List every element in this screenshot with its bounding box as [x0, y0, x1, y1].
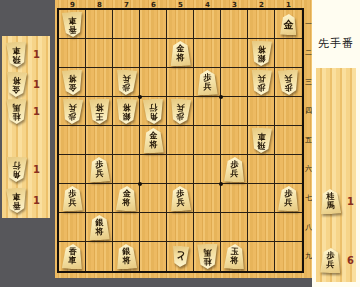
piece-銀将-gote[interactable]: 銀将 — [251, 41, 272, 66]
hoshi-dot — [219, 95, 223, 99]
piece-glyph: 金 — [283, 19, 293, 30]
square-65[interactable]: 金将 — [140, 126, 167, 155]
piece-桂馬-gote[interactable]: 桂馬 — [197, 244, 218, 269]
square-75[interactable] — [113, 126, 140, 155]
square-42[interactable] — [194, 39, 221, 68]
square-96[interactable] — [59, 155, 86, 184]
square-94[interactable]: 歩兵 — [59, 97, 86, 126]
square-57[interactable]: 歩兵 — [167, 184, 194, 213]
square-72[interactable] — [113, 39, 140, 68]
square-37[interactable] — [221, 184, 248, 213]
piece-glyph: 将 — [122, 256, 130, 265]
piece-金将-sente[interactable]: 金将 — [143, 128, 164, 153]
square-91[interactable]: 香車 — [59, 10, 86, 39]
piece-glyph: 兵 — [284, 73, 292, 82]
piece-glyph: 将 — [176, 53, 184, 62]
piece-glyph: 将 — [122, 198, 130, 207]
square-35[interactable] — [221, 126, 248, 155]
square-58[interactable] — [167, 213, 194, 242]
square-78[interactable] — [113, 213, 140, 242]
piece-歩兵-sente[interactable]: 歩兵 — [62, 186, 83, 211]
square-15[interactable] — [275, 126, 302, 155]
square-43[interactable]: 歩兵 — [194, 68, 221, 97]
square-62[interactable] — [140, 39, 167, 68]
square-66[interactable] — [140, 155, 167, 184]
shogi-board-panel: 987654321 香車金金将銀将金将歩兵歩兵歩兵歩兵歩兵王将銀将角行歩兵金将飛… — [55, 0, 312, 278]
square-85[interactable] — [86, 126, 113, 155]
hand-gote-飛車[interactable]: 飛車1 — [6, 42, 40, 67]
square-26[interactable] — [248, 155, 275, 184]
piece-glyph: 兵 — [203, 82, 211, 91]
piece-glyph: 将 — [95, 227, 103, 236]
piece-香車-gote[interactable]: 香車 — [6, 188, 27, 213]
piece-glyph: 兵 — [176, 198, 184, 207]
piece-glyph: 兵 — [176, 102, 184, 111]
square-47[interactable] — [194, 184, 221, 213]
square-21[interactable] — [248, 10, 275, 39]
piece-金-sente[interactable]: 金 — [280, 14, 297, 35]
square-77[interactable]: 金将 — [113, 184, 140, 213]
hoshi-dot — [138, 182, 142, 186]
piece-glyph: 車 — [257, 131, 265, 140]
piece-glyph: 金 — [12, 84, 20, 93]
square-55[interactable] — [167, 126, 194, 155]
square-46[interactable] — [194, 155, 221, 184]
piece-glyph: 将 — [122, 102, 130, 111]
piece-glyph: 兵 — [68, 102, 76, 111]
piece-王将-gote[interactable]: 王将 — [89, 99, 110, 124]
piece-glyph: 将 — [257, 44, 265, 53]
square-32[interactable] — [221, 39, 248, 68]
piece-glyph: 兵 — [284, 198, 292, 207]
square-64[interactable]: 角行 — [140, 97, 167, 126]
square-27[interactable] — [248, 184, 275, 213]
piece-glyph: 飛 — [12, 54, 20, 63]
square-73[interactable]: 歩兵 — [113, 68, 140, 97]
square-34[interactable] — [221, 97, 248, 126]
square-28[interactable] — [248, 213, 275, 242]
square-67[interactable] — [140, 184, 167, 213]
hand-gote-金将[interactable]: 金将1 — [6, 72, 40, 97]
square-14[interactable] — [275, 97, 302, 126]
piece-glyph: 将 — [149, 140, 157, 149]
square-81[interactable] — [86, 10, 113, 39]
hand-count: 1 — [33, 195, 40, 206]
piece-歩兵-gote[interactable]: 歩兵 — [278, 70, 299, 95]
piece-金将-sente[interactable]: 金将 — [116, 186, 137, 211]
square-41[interactable] — [194, 10, 221, 39]
square-29[interactable] — [248, 242, 275, 271]
piece-歩兵-sente[interactable]: 歩兵 — [89, 157, 110, 182]
square-44[interactable] — [194, 97, 221, 126]
square-83[interactable] — [86, 68, 113, 97]
piece-glyph: 車 — [12, 46, 20, 55]
square-33[interactable] — [221, 68, 248, 97]
square-87[interactable] — [86, 184, 113, 213]
square-13[interactable]: 歩兵 — [275, 68, 302, 97]
piece-glyph: 行 — [149, 102, 157, 111]
piece-glyph: 兵 — [95, 169, 103, 178]
piece-glyph: 兵 — [257, 73, 265, 82]
piece-金将-gote[interactable]: 金将 — [62, 70, 83, 95]
square-86[interactable]: 歩兵 — [86, 155, 113, 184]
piece-glyph: 兵 — [122, 73, 130, 82]
square-61[interactable] — [140, 10, 167, 39]
square-19[interactable] — [275, 242, 302, 271]
piece-歩兵-gote[interactable]: 歩兵 — [170, 99, 191, 124]
square-84[interactable]: 王将 — [86, 97, 113, 126]
square-45[interactable] — [194, 126, 221, 155]
piece-glyph: 将 — [68, 73, 76, 82]
square-93[interactable]: 金将 — [59, 68, 86, 97]
hand-count: 1 — [33, 79, 40, 90]
square-39[interactable]: 玉将 — [221, 242, 248, 271]
sente-captured-tray: 桂馬1歩兵6 — [316, 68, 356, 282]
square-69[interactable] — [140, 242, 167, 271]
square-52[interactable]: 金将 — [167, 39, 194, 68]
square-92[interactable] — [59, 39, 86, 68]
square-11[interactable]: 金 — [275, 10, 302, 39]
square-24[interactable] — [248, 97, 275, 126]
square-95[interactable] — [59, 126, 86, 155]
piece-と-gote[interactable]: と — [172, 246, 189, 267]
piece-glyph: 車 — [68, 256, 76, 265]
square-22[interactable]: 銀将 — [248, 39, 275, 68]
square-76[interactable] — [113, 155, 140, 184]
square-51[interactable] — [167, 10, 194, 39]
piece-glyph: 車 — [68, 15, 76, 24]
piece-香車-gote[interactable]: 香車 — [62, 12, 83, 37]
piece-glyph: 車 — [12, 192, 20, 201]
square-79[interactable]: 銀将 — [113, 242, 140, 271]
square-31[interactable] — [221, 10, 248, 39]
piece-香車-sente[interactable]: 香車 — [62, 244, 83, 269]
piece-glyph: 馬 — [12, 103, 20, 112]
hand-count: 6 — [347, 255, 354, 266]
square-17[interactable]: 歩兵 — [275, 184, 302, 213]
board-grid: 香車金金将銀将金将歩兵歩兵歩兵歩兵歩兵王将銀将角行歩兵金将飛車歩兵歩兵歩兵金将歩… — [57, 8, 304, 273]
hand-count: 1 — [347, 196, 354, 207]
piece-歩兵-gote[interactable]: 歩兵 — [251, 70, 272, 95]
square-23[interactable]: 歩兵 — [248, 68, 275, 97]
piece-金将-gote[interactable]: 金将 — [6, 72, 27, 97]
square-16[interactable] — [275, 155, 302, 184]
square-36[interactable]: 歩兵 — [221, 155, 248, 184]
piece-飛車-gote[interactable]: 飛車 — [6, 42, 27, 67]
piece-glyph: 将 — [95, 102, 103, 111]
square-88[interactable]: 銀将 — [86, 213, 113, 242]
piece-歩兵-sente[interactable]: 歩兵 — [170, 186, 191, 211]
piece-glyph: と — [175, 251, 186, 262]
square-18[interactable] — [275, 213, 302, 242]
square-12[interactable] — [275, 39, 302, 68]
piece-glyph: 兵 — [326, 260, 334, 269]
hand-count: 1 — [33, 49, 40, 60]
square-38[interactable] — [221, 213, 248, 242]
square-74[interactable]: 銀将 — [113, 97, 140, 126]
hoshi-dot — [219, 182, 223, 186]
square-56[interactable] — [167, 155, 194, 184]
piece-glyph: 馬 — [203, 248, 211, 257]
piece-銀将-sente[interactable]: 銀将 — [116, 244, 137, 269]
square-59[interactable]: と — [167, 242, 194, 271]
square-99[interactable]: 香車 — [59, 242, 86, 271]
piece-glyph: 馬 — [326, 201, 334, 210]
square-82[interactable] — [86, 39, 113, 68]
square-71[interactable] — [113, 10, 140, 39]
hand-gote-桂馬[interactable]: 桂馬1 — [6, 99, 40, 124]
square-54[interactable]: 歩兵 — [167, 97, 194, 126]
piece-飛車-gote[interactable]: 飛車 — [251, 128, 272, 153]
shogi-app: 飛車1金将1桂馬1角行1香車1 987654321 香車金金将銀将金将歩兵歩兵歩… — [0, 0, 360, 287]
piece-歩兵-sente[interactable]: 歩兵 — [320, 248, 341, 273]
piece-銀将-sente[interactable]: 銀将 — [89, 215, 110, 240]
piece-玉将-sente[interactable]: 玉将 — [224, 244, 245, 269]
piece-桂馬-gote[interactable]: 桂馬 — [6, 99, 27, 124]
piece-銀将-gote[interactable]: 銀将 — [116, 99, 137, 124]
square-97[interactable]: 歩兵 — [59, 184, 86, 213]
piece-glyph: 将 — [12, 76, 20, 85]
square-98[interactable] — [59, 213, 86, 242]
piece-桂馬-sente[interactable]: 桂馬 — [320, 189, 341, 214]
piece-金将-sente[interactable]: 金将 — [170, 41, 191, 66]
piece-glyph: 桂 — [12, 111, 20, 120]
square-63[interactable] — [140, 68, 167, 97]
piece-歩兵-gote[interactable]: 歩兵 — [62, 99, 83, 124]
piece-角行-gote[interactable]: 角行 — [143, 99, 164, 124]
piece-glyph: 香 — [12, 200, 20, 209]
piece-歩兵-gote[interactable]: 歩兵 — [116, 70, 137, 95]
piece-glyph: 角 — [12, 169, 20, 178]
hand-gote-角行[interactable]: 角行1 — [6, 157, 40, 182]
piece-glyph: 桂 — [203, 256, 211, 265]
square-25[interactable]: 飛車 — [248, 126, 275, 155]
piece-glyph: 将 — [230, 256, 238, 265]
square-49[interactable]: 桂馬 — [194, 242, 221, 271]
hand-sente-桂馬[interactable]: 桂馬1 — [320, 189, 354, 214]
hoshi-dot — [138, 95, 142, 99]
hand-count: 1 — [33, 164, 40, 175]
hand-gote-香車[interactable]: 香車1 — [6, 188, 40, 213]
side-panel: 先手番 桂馬1歩兵6 — [312, 0, 360, 287]
square-89[interactable] — [86, 242, 113, 271]
piece-歩兵-sente[interactable]: 歩兵 — [278, 186, 299, 211]
piece-歩兵-sente[interactable]: 歩兵 — [197, 70, 218, 95]
piece-glyph: 兵 — [68, 198, 76, 207]
square-53[interactable] — [167, 68, 194, 97]
gote-captured-tray: 飛車1金将1桂馬1角行1香車1 — [2, 36, 50, 218]
piece-glyph: 兵 — [230, 169, 238, 178]
square-68[interactable] — [140, 213, 167, 242]
turn-indicator: 先手番 — [312, 36, 360, 51]
square-48[interactable] — [194, 213, 221, 242]
hand-count: 1 — [33, 106, 40, 117]
piece-角行-gote[interactable]: 角行 — [6, 157, 27, 182]
piece-歩兵-sente[interactable]: 歩兵 — [224, 157, 245, 182]
piece-glyph: 行 — [12, 161, 20, 170]
hand-sente-歩兵[interactable]: 歩兵6 — [320, 248, 354, 273]
